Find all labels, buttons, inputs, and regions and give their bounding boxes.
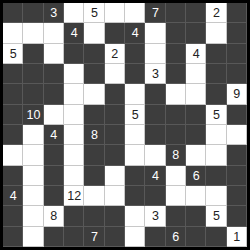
clue-number: 4 [193, 48, 200, 61]
clue-number: 5 [132, 109, 139, 122]
cell-r7c11[interactable] [227, 145, 247, 165]
cell-r5c5[interactable] [105, 105, 125, 125]
cell-r7c1[interactable] [23, 145, 43, 165]
cell-r8c4[interactable] [84, 166, 104, 186]
cell-r0c1[interactable] [23, 3, 43, 23]
clue-number: 2 [111, 48, 118, 61]
cell-r8c8[interactable] [166, 166, 186, 186]
cell-r2c10[interactable] [206, 44, 226, 64]
cell-r10c0[interactable] [3, 206, 23, 226]
cell-r7c0[interactable] [3, 145, 23, 165]
cell-r11c5[interactable] [105, 227, 125, 247]
cell-r9c0[interactable]: 4 [3, 186, 23, 206]
cell-r3c11[interactable] [227, 64, 247, 84]
cell-r4c2[interactable] [44, 84, 64, 104]
cell-r5c7[interactable] [145, 105, 165, 125]
cell-r5c1[interactable]: 10 [23, 105, 43, 125]
clue-number: 3 [152, 68, 159, 81]
cell-r10c1[interactable] [23, 206, 43, 226]
cell-r9c10[interactable] [206, 186, 226, 206]
cell-r4c0[interactable] [3, 84, 23, 104]
clue-number: 8 [172, 149, 179, 162]
cell-r6c2[interactable]: 4 [44, 125, 64, 145]
cell-r9c9[interactable] [186, 186, 206, 206]
cell-r9c11[interactable] [227, 186, 247, 206]
clue-number: 5 [213, 109, 220, 122]
cell-r1c0[interactable] [3, 23, 23, 43]
cell-r3c4[interactable] [84, 64, 104, 84]
cell-r9c8[interactable] [166, 186, 186, 206]
cell-r8c7[interactable]: 4 [145, 166, 165, 186]
cell-r4c8[interactable] [166, 84, 186, 104]
cell-r11c7[interactable] [145, 227, 165, 247]
cell-r3c5[interactable] [105, 64, 125, 84]
clue-number: 9 [233, 88, 240, 101]
cell-r6c7[interactable] [145, 125, 165, 145]
cell-r10c8[interactable] [166, 206, 186, 226]
cell-r1c10[interactable] [206, 23, 226, 43]
cell-r11c6[interactable] [125, 227, 145, 247]
cell-r9c6[interactable] [125, 186, 145, 206]
cell-r11c10[interactable] [206, 227, 226, 247]
cell-r0c10[interactable]: 2 [206, 3, 226, 23]
cell-r10c4[interactable] [84, 206, 104, 226]
clue-number: 3 [50, 7, 57, 20]
cell-r8c5[interactable] [105, 166, 125, 186]
cell-r7c3[interactable] [64, 145, 84, 165]
cell-r3c9[interactable] [186, 64, 206, 84]
cell-r2c5[interactable]: 2 [105, 44, 125, 64]
clue-number: 5 [213, 210, 220, 223]
cell-r11c1[interactable] [23, 227, 43, 247]
clue-number: 10 [27, 109, 41, 122]
cell-r10c6[interactable] [125, 206, 145, 226]
clue-number: 4 [10, 190, 17, 203]
cell-r1c5[interactable] [105, 23, 125, 43]
cell-r8c10[interactable] [206, 166, 226, 186]
clue-number: 4 [50, 129, 57, 142]
cell-r2c8[interactable] [166, 44, 186, 64]
cell-r5c0[interactable] [3, 105, 23, 125]
clue-number: 4 [71, 27, 78, 40]
cell-r3c7[interactable]: 3 [145, 64, 165, 84]
cell-r2c7[interactable] [145, 44, 165, 64]
cell-r0c4[interactable]: 5 [84, 3, 104, 23]
cell-r7c5[interactable] [105, 145, 125, 165]
cell-r5c11[interactable] [227, 105, 247, 125]
cell-r1c6[interactable]: 4 [125, 23, 145, 43]
clue-number: 7 [91, 231, 98, 244]
cell-r8c11[interactable] [227, 166, 247, 186]
cell-r11c3[interactable] [64, 227, 84, 247]
cell-r4c4[interactable] [84, 84, 104, 104]
cell-r0c5[interactable] [105, 3, 125, 23]
puzzle-board: 35724452439105548846412835761 [0, 0, 250, 250]
cell-r6c1[interactable] [23, 125, 43, 145]
cell-r4c5[interactable] [105, 84, 125, 104]
cell-r7c8[interactable]: 8 [166, 145, 186, 165]
cell-r6c3[interactable] [64, 125, 84, 145]
cell-r9c4[interactable] [84, 186, 104, 206]
cell-r1c11[interactable] [227, 23, 247, 43]
clue-number: 5 [10, 48, 17, 61]
cell-r11c9[interactable] [186, 227, 206, 247]
cell-r0c3[interactable] [64, 3, 84, 23]
cell-r10c3[interactable] [64, 206, 84, 226]
cell-r5c3[interactable] [64, 105, 84, 125]
puzzle-grid: 35724452439105548846412835761 [3, 3, 247, 247]
cell-r8c2[interactable] [44, 166, 64, 186]
cell-r6c0[interactable] [3, 125, 23, 145]
cell-r6c11[interactable] [227, 125, 247, 145]
cell-r8c0[interactable] [3, 166, 23, 186]
cell-r0c9[interactable] [186, 3, 206, 23]
cell-r0c2[interactable]: 3 [44, 3, 64, 23]
clue-number: 8 [50, 210, 57, 223]
cell-r5c10[interactable]: 5 [206, 105, 226, 125]
cell-r3c8[interactable] [166, 64, 186, 84]
clue-number: 2 [213, 7, 220, 20]
cell-r4c11[interactable]: 9 [227, 84, 247, 104]
cell-r9c5[interactable] [105, 186, 125, 206]
clue-number: 4 [132, 27, 139, 40]
cell-r0c0[interactable] [3, 3, 23, 23]
cell-r3c2[interactable] [44, 64, 64, 84]
cell-r1c4[interactable] [84, 23, 104, 43]
cell-r2c11[interactable] [227, 44, 247, 64]
clue-number: 12 [67, 190, 81, 203]
cell-r8c1[interactable] [23, 166, 43, 186]
clue-number: 4 [152, 170, 159, 183]
cell-r0c11[interactable] [227, 3, 247, 23]
clue-number: 7 [152, 7, 159, 20]
cell-r11c0[interactable] [3, 227, 23, 247]
cell-r11c8[interactable]: 6 [166, 227, 186, 247]
cell-r3c3[interactable] [64, 64, 84, 84]
cell-r9c3[interactable]: 12 [64, 186, 84, 206]
cell-r5c2[interactable] [44, 105, 64, 125]
cell-r9c7[interactable] [145, 186, 165, 206]
clue-number: 5 [91, 7, 98, 20]
cell-r11c11[interactable]: 1 [227, 227, 247, 247]
cell-r7c6[interactable] [125, 145, 145, 165]
cell-r10c11[interactable] [227, 206, 247, 226]
cell-r9c1[interactable] [23, 186, 43, 206]
cell-r11c2[interactable] [44, 227, 64, 247]
cell-r6c10[interactable] [206, 125, 226, 145]
clue-number: 1 [233, 231, 240, 244]
cell-r10c2[interactable]: 8 [44, 206, 64, 226]
cell-r4c10[interactable] [206, 84, 226, 104]
clue-number: 6 [172, 231, 179, 244]
cell-r5c4[interactable] [84, 105, 104, 125]
cell-r2c4[interactable] [84, 44, 104, 64]
cell-r7c2[interactable] [44, 145, 64, 165]
cell-r0c7[interactable]: 7 [145, 3, 165, 23]
cell-r3c0[interactable] [3, 64, 23, 84]
clue-number: 6 [193, 170, 200, 183]
cell-r5c6[interactable]: 5 [125, 105, 145, 125]
cell-r8c3[interactable] [64, 166, 84, 186]
cell-r10c5[interactable] [105, 206, 125, 226]
cell-r4c6[interactable] [125, 84, 145, 104]
cell-r5c8[interactable] [166, 105, 186, 125]
clue-number: 8 [91, 129, 98, 142]
cell-r10c9[interactable] [186, 206, 206, 226]
cell-r4c1[interactable] [23, 84, 43, 104]
clue-number: 3 [152, 210, 159, 223]
cell-r8c9[interactable]: 6 [186, 166, 206, 186]
cell-r0c8[interactable] [166, 3, 186, 23]
cell-r4c9[interactable] [186, 84, 206, 104]
cell-r6c4[interactable]: 8 [84, 125, 104, 145]
cell-r1c2[interactable] [44, 23, 64, 43]
cell-r1c3[interactable]: 4 [64, 23, 84, 43]
cell-r6c6[interactable] [125, 125, 145, 145]
cell-r6c9[interactable] [186, 125, 206, 145]
cell-r1c8[interactable] [166, 23, 186, 43]
cell-r4c7[interactable] [145, 84, 165, 104]
cell-r4c3[interactable] [64, 84, 84, 104]
cell-r2c0[interactable]: 5 [3, 44, 23, 64]
cell-r2c9[interactable]: 4 [186, 44, 206, 64]
cell-r0c6[interactable] [125, 3, 145, 23]
cell-r10c10[interactable]: 5 [206, 206, 226, 226]
cell-r7c4[interactable] [84, 145, 104, 165]
cell-r7c9[interactable] [186, 145, 206, 165]
cell-r1c7[interactable] [145, 23, 165, 43]
cell-r9c2[interactable] [44, 186, 64, 206]
cell-r7c7[interactable] [145, 145, 165, 165]
cell-r3c1[interactable] [23, 64, 43, 84]
cell-r2c3[interactable] [64, 44, 84, 64]
cell-r1c1[interactable] [23, 23, 43, 43]
cell-r11c4[interactable]: 7 [84, 227, 104, 247]
cell-r2c2[interactable] [44, 44, 64, 64]
cell-r2c6[interactable] [125, 44, 145, 64]
cell-r5c9[interactable] [186, 105, 206, 125]
cell-r2c1[interactable] [23, 44, 43, 64]
cell-r8c6[interactable] [125, 166, 145, 186]
cell-r3c6[interactable] [125, 64, 145, 84]
cell-r10c7[interactable]: 3 [145, 206, 165, 226]
cell-r1c9[interactable] [186, 23, 206, 43]
cell-r6c8[interactable] [166, 125, 186, 145]
cell-r6c5[interactable] [105, 125, 125, 145]
cell-r3c10[interactable] [206, 64, 226, 84]
cell-r7c10[interactable] [206, 145, 226, 165]
